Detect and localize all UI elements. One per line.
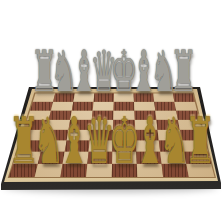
rook-piece-glyph: ♜ <box>170 43 198 100</box>
pieces-layer: ♜♞♝♛♚♝♞♜♜♞♝♛♚♝♞♜ <box>0 0 222 222</box>
chess-set-product-photo: ♜♞♝♛♚♝♞♜♜♞♝♛♚♝♞♜ <box>0 0 222 222</box>
rook-piece-glyph: ♜ <box>185 109 216 173</box>
